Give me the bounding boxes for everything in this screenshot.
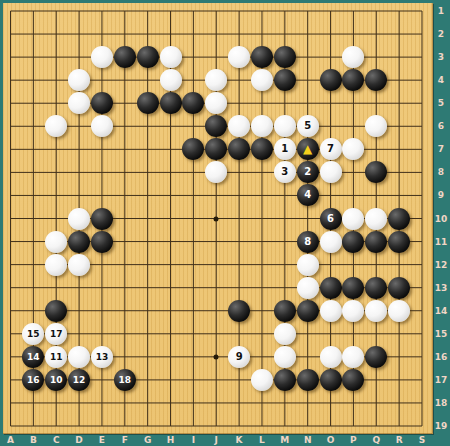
row-coordinate-label: 15 xyxy=(435,329,448,339)
row-coordinate-label: 6 xyxy=(438,121,444,131)
stone-white[interactable] xyxy=(68,346,90,368)
stone-white[interactable] xyxy=(205,69,227,91)
row-coordinate-label: 2 xyxy=(438,29,444,39)
stone-black[interactable] xyxy=(365,346,387,368)
stone-white[interactable] xyxy=(251,69,273,91)
stone-white[interactable] xyxy=(274,138,296,160)
stone-black[interactable] xyxy=(91,208,113,230)
stone-black[interactable] xyxy=(342,277,364,299)
stone-white[interactable] xyxy=(22,323,44,345)
row-coordinate-label: 19 xyxy=(435,421,448,431)
stone-black[interactable] xyxy=(365,69,387,91)
stone-black[interactable] xyxy=(297,184,319,206)
stone-black[interactable] xyxy=(342,369,364,391)
stone-black[interactable] xyxy=(297,369,319,391)
stone-white[interactable] xyxy=(297,115,319,137)
stone-black[interactable] xyxy=(297,231,319,253)
stone-black[interactable] xyxy=(274,46,296,68)
stone-black[interactable] xyxy=(365,161,387,183)
stone-white[interactable] xyxy=(342,46,364,68)
stone-black[interactable] xyxy=(388,231,410,253)
stone-white[interactable] xyxy=(320,161,342,183)
stone-white[interactable] xyxy=(274,323,296,345)
stone-white[interactable] xyxy=(297,277,319,299)
column-coordinate-label: F xyxy=(122,435,128,445)
stone-black[interactable] xyxy=(68,231,90,253)
stone-black[interactable] xyxy=(274,69,296,91)
column-coordinate-label: M xyxy=(280,435,289,445)
stone-white[interactable] xyxy=(68,69,90,91)
column-coordinates: ABCDEFGHIJKLMNOPQRS xyxy=(0,434,450,446)
stone-black[interactable] xyxy=(182,138,204,160)
column-coordinate-label: L xyxy=(259,435,265,445)
stone-white[interactable] xyxy=(68,254,90,276)
stone-black[interactable] xyxy=(45,369,67,391)
stone-white[interactable] xyxy=(251,115,273,137)
row-coordinate-label: 1 xyxy=(438,6,444,16)
row-coordinate-label: 3 xyxy=(438,52,444,62)
stone-white[interactable] xyxy=(45,115,67,137)
star-point xyxy=(214,354,219,359)
stone-white[interactable] xyxy=(45,231,67,253)
stone-black[interactable] xyxy=(114,369,136,391)
stone-white[interactable] xyxy=(68,92,90,114)
stone-white[interactable] xyxy=(274,346,296,368)
stone-black[interactable] xyxy=(297,138,319,160)
row-coordinate-label: 13 xyxy=(435,283,448,293)
stone-black[interactable] xyxy=(320,69,342,91)
stone-black[interactable] xyxy=(320,369,342,391)
stone-white[interactable] xyxy=(274,115,296,137)
stone-white[interactable] xyxy=(365,208,387,230)
stone-white[interactable] xyxy=(320,138,342,160)
stone-black[interactable] xyxy=(22,369,44,391)
stone-black[interactable] xyxy=(297,161,319,183)
star-point xyxy=(214,216,219,221)
stone-white[interactable] xyxy=(274,161,296,183)
stone-black[interactable] xyxy=(365,277,387,299)
row-coordinate-label: 11 xyxy=(435,237,448,247)
column-coordinate-label: C xyxy=(53,435,60,445)
stone-white[interactable] xyxy=(91,46,113,68)
stone-white[interactable] xyxy=(388,300,410,322)
stone-white[interactable] xyxy=(45,323,67,345)
row-coordinate-label: 17 xyxy=(435,375,448,385)
row-coordinates: 12345678910111213141516171819 xyxy=(433,0,450,446)
stone-black[interactable] xyxy=(365,231,387,253)
stone-black[interactable] xyxy=(137,46,159,68)
row-coordinate-label: 12 xyxy=(435,260,448,270)
row-coordinate-label: 18 xyxy=(435,398,448,408)
stone-black[interactable] xyxy=(228,300,250,322)
stone-white[interactable] xyxy=(228,46,250,68)
stone-black[interactable] xyxy=(91,92,113,114)
stone-white[interactable] xyxy=(45,254,67,276)
column-coordinate-label: A xyxy=(7,435,14,445)
stone-black[interactable] xyxy=(251,138,273,160)
row-coordinate-label: 9 xyxy=(438,190,444,200)
stone-black[interactable] xyxy=(205,138,227,160)
stone-white[interactable] xyxy=(205,92,227,114)
column-coordinate-label: R xyxy=(396,435,403,445)
column-coordinate-label: E xyxy=(99,435,105,445)
stone-white[interactable] xyxy=(251,369,273,391)
row-coordinate-label: 5 xyxy=(438,98,444,108)
stone-white[interactable] xyxy=(205,161,227,183)
row-coordinate-label: 4 xyxy=(438,75,444,85)
column-coordinate-label: I xyxy=(192,435,195,445)
stone-black[interactable] xyxy=(22,346,44,368)
stone-white[interactable] xyxy=(342,300,364,322)
stone-white[interactable] xyxy=(228,115,250,137)
column-coordinate-label: Q xyxy=(372,435,380,445)
stone-black[interactable] xyxy=(297,300,319,322)
stone-black[interactable] xyxy=(182,92,204,114)
stone-white[interactable] xyxy=(91,346,113,368)
stone-black[interactable] xyxy=(320,277,342,299)
stone-black[interactable] xyxy=(114,46,136,68)
stone-white[interactable] xyxy=(342,208,364,230)
stone-white[interactable] xyxy=(365,300,387,322)
stone-white[interactable] xyxy=(160,46,182,68)
column-coordinate-label: O xyxy=(327,435,335,445)
stone-black[interactable] xyxy=(91,231,113,253)
stone-white[interactable] xyxy=(228,346,250,368)
column-coordinate-label: N xyxy=(304,435,312,445)
stone-black[interactable] xyxy=(274,369,296,391)
stone-black[interactable] xyxy=(342,231,364,253)
column-coordinate-label: P xyxy=(350,435,357,445)
column-coordinate-label: B xyxy=(30,435,37,445)
stone-black[interactable] xyxy=(228,138,250,160)
stone-white[interactable] xyxy=(320,231,342,253)
stone-white[interactable] xyxy=(320,346,342,368)
stone-white[interactable] xyxy=(68,208,90,230)
column-coordinate-label: G xyxy=(144,435,151,445)
column-coordinate-label: D xyxy=(75,435,82,445)
stone-black[interactable] xyxy=(68,369,90,391)
stone-black[interactable] xyxy=(137,92,159,114)
stone-black[interactable] xyxy=(251,46,273,68)
stone-white[interactable] xyxy=(320,300,342,322)
column-coordinate-label: J xyxy=(215,435,218,445)
goban: 123456789101112131415161718▲ xyxy=(3,3,433,434)
stone-black[interactable] xyxy=(205,115,227,137)
go-board-app: 123456789101112131415161718▲ 12345678910… xyxy=(0,0,450,446)
stone-black[interactable] xyxy=(388,277,410,299)
stone-white[interactable] xyxy=(45,346,67,368)
stone-white[interactable] xyxy=(160,69,182,91)
row-coordinate-label: 10 xyxy=(435,214,448,224)
stone-white[interactable] xyxy=(342,346,364,368)
stone-white[interactable] xyxy=(365,115,387,137)
stone-black[interactable] xyxy=(160,92,182,114)
row-coordinate-label: 14 xyxy=(435,306,448,316)
stone-white[interactable] xyxy=(91,115,113,137)
column-coordinate-label: K xyxy=(236,435,243,445)
stone-white[interactable] xyxy=(342,138,364,160)
stone-white[interactable] xyxy=(297,254,319,276)
stone-black[interactable] xyxy=(388,208,410,230)
column-coordinate-label: S xyxy=(419,435,425,445)
stone-black[interactable] xyxy=(274,300,296,322)
row-coordinate-label: 8 xyxy=(438,167,444,177)
stone-black[interactable] xyxy=(342,69,364,91)
column-coordinate-label: H xyxy=(167,435,175,445)
stone-black[interactable] xyxy=(320,208,342,230)
row-coordinate-label: 7 xyxy=(438,144,444,154)
row-coordinate-label: 16 xyxy=(435,352,448,362)
stone-black[interactable] xyxy=(45,300,67,322)
